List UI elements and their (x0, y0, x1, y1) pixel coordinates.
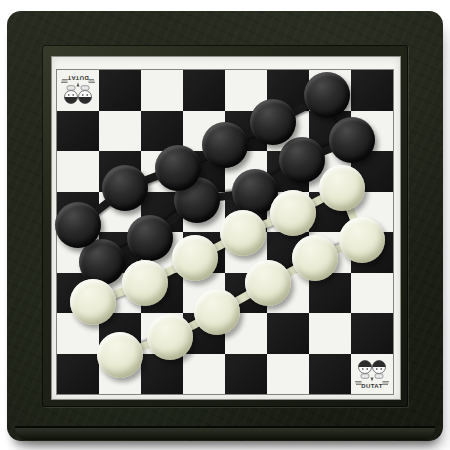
square-r4c3[interactable] (141, 192, 183, 233)
square-r7c5[interactable] (225, 313, 267, 354)
square-r6c3[interactable] (141, 273, 183, 314)
square-r3c3[interactable] (141, 151, 183, 192)
square-r1c5[interactable] (225, 70, 267, 111)
square-r8c5[interactable] (225, 354, 267, 395)
square-r6c1[interactable] (57, 273, 99, 314)
square-r5c6[interactable] (267, 232, 309, 273)
square-r4c1[interactable] (57, 192, 99, 233)
square-r8c6[interactable] (267, 354, 309, 395)
square-r8c4[interactable] (183, 354, 225, 395)
square-r6c8[interactable] (351, 273, 393, 314)
square-r8c3[interactable] (141, 354, 183, 395)
square-r1c6[interactable] (267, 70, 309, 111)
square-r6c6[interactable] (267, 273, 309, 314)
square-r2c8[interactable] (351, 111, 393, 152)
square-r5c3[interactable] (141, 232, 183, 273)
square-r2c3[interactable] (141, 111, 183, 152)
square-r2c1[interactable] (57, 111, 99, 152)
svg-text:DUTAT: DUTAT (361, 383, 382, 389)
square-r5c2[interactable] (99, 232, 141, 273)
square-r4c4[interactable] (183, 192, 225, 233)
square-r1c7[interactable] (309, 70, 351, 111)
square-r4c2[interactable] (99, 192, 141, 233)
square-r6c7[interactable] (309, 273, 351, 314)
square-r2c2[interactable] (99, 111, 141, 152)
square-r7c1[interactable] (57, 313, 99, 354)
square-r7c7[interactable] (309, 313, 351, 354)
square-r6c5[interactable] (225, 273, 267, 314)
square-r3c6[interactable] (267, 151, 309, 192)
square-r3c8[interactable] (351, 151, 393, 192)
square-r8c1[interactable] (57, 354, 99, 395)
square-r5c4[interactable] (183, 232, 225, 273)
checkerboard: DUTAT DUTAT (57, 70, 393, 394)
square-r5c8[interactable] (351, 232, 393, 273)
square-r8c8[interactable]: DUTAT (351, 354, 393, 395)
svg-text:DUTAT: DUTAT (67, 75, 88, 81)
square-r5c5[interactable] (225, 232, 267, 273)
square-r4c7[interactable] (309, 192, 351, 233)
square-r7c2[interactable] (99, 313, 141, 354)
square-r2c7[interactable] (309, 111, 351, 152)
board-photo: DUTAT DUTAT (0, 0, 450, 450)
square-r3c1[interactable] (57, 151, 99, 192)
square-r2c4[interactable] (183, 111, 225, 152)
square-r7c8[interactable] (351, 313, 393, 354)
square-r1c2[interactable] (99, 70, 141, 111)
square-r6c2[interactable] (99, 273, 141, 314)
square-r2c5[interactable] (225, 111, 267, 152)
square-r8c7[interactable] (309, 354, 351, 395)
square-r6c4[interactable] (183, 273, 225, 314)
square-r7c4[interactable] (183, 313, 225, 354)
square-r7c3[interactable] (141, 313, 183, 354)
square-r3c5[interactable] (225, 151, 267, 192)
square-r1c4[interactable] (183, 70, 225, 111)
brand-logo: DUTAT (354, 357, 390, 390)
square-r3c2[interactable] (99, 151, 141, 192)
square-r7c6[interactable] (267, 313, 309, 354)
square-r3c4[interactable] (183, 151, 225, 192)
square-r1c3[interactable] (141, 70, 183, 111)
square-r4c6[interactable] (267, 192, 309, 233)
square-r8c2[interactable] (99, 354, 141, 395)
square-r4c5[interactable] (225, 192, 267, 233)
square-r1c8[interactable] (351, 70, 393, 111)
square-r1c1[interactable]: DUTAT (57, 70, 99, 111)
square-r2c6[interactable] (267, 111, 309, 152)
square-r3c7[interactable] (309, 151, 351, 192)
square-r5c7[interactable] (309, 232, 351, 273)
brand-logo: DUTAT (60, 74, 96, 107)
square-r4c8[interactable] (351, 192, 393, 233)
square-r5c1[interactable] (57, 232, 99, 273)
